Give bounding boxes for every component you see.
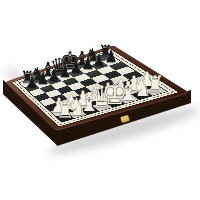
chess-set-photo: ♜♞♝♛♚♝♞♜♟♟♟♟♟♟♟♟♟♟♟♟♟♟♟♟♜♞♝♛♚♝♞♜ <box>0 0 200 200</box>
white-rook[interactable]: ♜ <box>146 73 164 95</box>
black-pawn[interactable]: ♟ <box>105 49 118 65</box>
pieces-layer: ♜♞♝♛♚♝♞♜♟♟♟♟♟♟♟♟♟♟♟♟♟♟♟♟♜♞♝♛♚♝♞♜ <box>0 0 200 200</box>
